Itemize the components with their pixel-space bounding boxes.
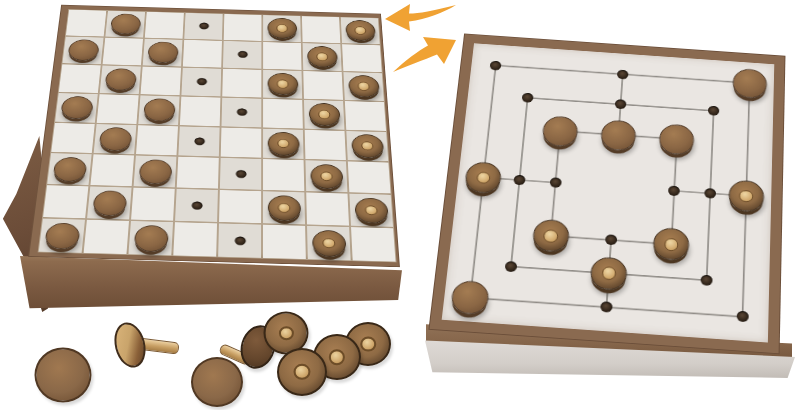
- checkers-square-e7: [219, 190, 261, 223]
- checkers-square-c2[interactable]: [143, 39, 183, 67]
- checkers-piece-pegged[interactable]: [308, 103, 340, 126]
- checkers-piece-pegged[interactable]: [267, 132, 299, 156]
- checkers-square-h1[interactable]: [341, 17, 380, 44]
- checkers-playing-surface: [28, 5, 400, 267]
- checkers-square-f5[interactable]: [263, 128, 303, 159]
- checkers-piece-flat[interactable]: [147, 42, 178, 64]
- checkers-square-d6: [177, 157, 219, 189]
- checkers-piece-pegged[interactable]: [345, 20, 376, 41]
- checkers-piece-flat[interactable]: [143, 98, 176, 121]
- checkers-square-d1[interactable]: [184, 13, 222, 40]
- checkers-square-d7[interactable]: [175, 189, 218, 222]
- checkers-piece-flat[interactable]: [67, 39, 99, 61]
- checkers-square-c6[interactable]: [134, 156, 177, 188]
- checkers-piece-flat[interactable]: [60, 96, 94, 119]
- checkers-square-g6[interactable]: [305, 161, 347, 193]
- checkers-square-h4: [345, 101, 386, 131]
- checkers-square-a3: [59, 64, 101, 92]
- checkers-square-h8: [351, 227, 395, 261]
- peg-hole: [199, 23, 209, 30]
- morris-board-lines: [442, 43, 775, 342]
- checkers-piece-flat[interactable]: [133, 225, 168, 252]
- checkers-square-h5[interactable]: [346, 131, 388, 162]
- checkers-piece-pegged[interactable]: [267, 18, 297, 39]
- checkers-square-e1: [224, 14, 262, 41]
- checkers-square-d8: [173, 222, 217, 256]
- checkers-square-f4: [263, 99, 303, 129]
- checkers-square-g3: [303, 71, 343, 100]
- checkers-square-h7[interactable]: [349, 194, 393, 227]
- checkers-square-f3[interactable]: [263, 70, 302, 99]
- checkers-square-g5: [305, 130, 346, 161]
- checkers-square-g1: [302, 16, 340, 43]
- loose-piece-on-side[interactable]: [115, 322, 185, 372]
- checkers-square-c7: [131, 188, 175, 221]
- checkers-square-e2[interactable]: [223, 41, 261, 69]
- checkers-square-a5: [51, 123, 94, 154]
- checkers-square-e3: [222, 69, 261, 98]
- checkers-square-g2[interactable]: [303, 43, 342, 71]
- checkers-piece-flat[interactable]: [98, 127, 132, 151]
- checkers-piece-pegged[interactable]: [354, 197, 388, 223]
- checkers-square-c5: [136, 125, 178, 156]
- peg-hole: [235, 170, 246, 178]
- page-background: [0, 0, 800, 410]
- checkers-piece-flat[interactable]: [138, 159, 172, 184]
- morris-playing-surface: [428, 33, 785, 354]
- checkers-square-d5[interactable]: [178, 126, 219, 157]
- checkers-piece-pegged[interactable]: [310, 164, 343, 189]
- checkers-piece-pegged[interactable]: [351, 134, 384, 158]
- morris-board: [414, 0, 800, 386]
- checkers-square-f1[interactable]: [263, 15, 301, 42]
- checkers-piece-pegged[interactable]: [267, 195, 300, 221]
- checkers-square-a7: [43, 185, 88, 218]
- peg-hole: [196, 78, 206, 85]
- checkers-square-e4[interactable]: [222, 97, 262, 127]
- loose-piece-flat[interactable]: [191, 357, 243, 407]
- peg-hole: [194, 137, 205, 145]
- checkers-square-h6: [348, 162, 391, 194]
- checkers-piece-flat[interactable]: [110, 14, 141, 35]
- checkers-square-g4[interactable]: [304, 100, 344, 130]
- checkers-piece-pegged[interactable]: [348, 75, 380, 98]
- checkers-grid: [38, 9, 397, 262]
- checkers-square-g8[interactable]: [307, 226, 351, 260]
- checkers-square-d3[interactable]: [181, 68, 221, 97]
- checkers-square-c4[interactable]: [138, 95, 179, 125]
- checkers-piece-pegged[interactable]: [307, 46, 338, 68]
- checkers-square-b7[interactable]: [87, 187, 131, 220]
- checkers-square-c8[interactable]: [128, 221, 173, 255]
- checkers-piece-pegged[interactable]: [312, 230, 347, 257]
- checkers-square-a8[interactable]: [39, 219, 85, 253]
- checkers-square-c1: [145, 12, 184, 39]
- checkers-square-a2[interactable]: [62, 37, 103, 65]
- checkers-square-b5[interactable]: [94, 124, 137, 155]
- peg-hole: [237, 51, 247, 58]
- checkers-square-f7[interactable]: [263, 191, 305, 224]
- checkers-square-d2: [183, 40, 222, 68]
- piece-head: [110, 319, 150, 371]
- checkers-square-e8[interactable]: [218, 224, 261, 258]
- checkers-square-b2: [103, 38, 143, 66]
- checkers-square-d4: [180, 96, 221, 126]
- checkers-square-e5: [221, 127, 262, 158]
- checkers-square-b3[interactable]: [100, 65, 141, 93]
- peg-hole: [191, 201, 202, 209]
- checkers-square-h3[interactable]: [343, 72, 383, 101]
- checkers-square-b4: [97, 94, 139, 124]
- checkers-square-c3: [141, 66, 181, 95]
- checkers-square-b8: [84, 220, 129, 254]
- checkers-square-a1: [66, 10, 106, 37]
- checkers-square-g7: [306, 193, 349, 226]
- checkers-piece-pegged[interactable]: [267, 73, 298, 96]
- checkers-square-f2: [263, 42, 301, 70]
- checkers-piece-flat[interactable]: [104, 68, 137, 91]
- peg-hole: [236, 108, 246, 116]
- checkers-square-b6: [90, 155, 134, 187]
- checkers-square-h2: [342, 44, 382, 72]
- checkers-piece-flat[interactable]: [92, 190, 127, 216]
- checkers-piece-flat[interactable]: [52, 157, 87, 182]
- checkers-board: [0, 0, 410, 320]
- peg-hole: [234, 236, 245, 245]
- loose-piece-pegged[interactable]: [277, 348, 327, 396]
- checkers-square-f6: [263, 159, 304, 191]
- checkers-square-f8: [263, 225, 306, 259]
- checkers-square-a6[interactable]: [47, 153, 91, 185]
- checkers-piece-flat[interactable]: [44, 222, 81, 249]
- checkers-square-a4[interactable]: [55, 93, 98, 122]
- checkers-square-e6[interactable]: [220, 158, 261, 190]
- checkers-square-b1[interactable]: [105, 11, 145, 38]
- loose-piece-flat[interactable]: [35, 348, 92, 403]
